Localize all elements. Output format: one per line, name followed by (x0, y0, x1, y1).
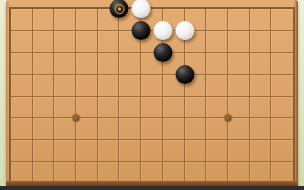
board-cell[interactable] (250, 53, 272, 75)
board-cell[interactable] (54, 118, 76, 140)
board-cell[interactable] (54, 9, 76, 31)
black-stone[interactable] (153, 43, 172, 62)
last-move-marker-icon (114, 4, 124, 14)
board-cell[interactable] (271, 31, 293, 53)
board-cell[interactable] (206, 53, 228, 75)
board-cell[interactable] (250, 97, 272, 119)
board-cell[interactable] (228, 75, 250, 97)
board-cell[interactable] (54, 140, 76, 162)
black-stone[interactable] (110, 0, 129, 18)
board-cell[interactable] (271, 53, 293, 75)
board-cell[interactable] (33, 31, 55, 53)
white-stone[interactable] (132, 0, 151, 18)
board-cell[interactable] (119, 118, 141, 140)
board-cell[interactable] (185, 140, 207, 162)
board-cell[interactable] (206, 118, 228, 140)
board-cell[interactable] (206, 140, 228, 162)
board-cell[interactable] (250, 140, 272, 162)
board-right-edge (294, 0, 298, 185)
board-cell[interactable] (271, 9, 293, 31)
board-cell[interactable] (206, 75, 228, 97)
white-stone[interactable] (175, 21, 194, 40)
board-cell[interactable] (54, 53, 76, 75)
board-cell[interactable] (76, 53, 98, 75)
board-cell[interactable] (141, 75, 163, 97)
board-cell[interactable] (76, 9, 98, 31)
board-cell[interactable] (98, 97, 120, 119)
board-cell[interactable] (206, 9, 228, 31)
board-cell[interactable] (228, 9, 250, 31)
board-cell[interactable] (76, 31, 98, 53)
board-cell[interactable] (141, 140, 163, 162)
board-cell[interactable] (76, 140, 98, 162)
board-cell[interactable] (185, 97, 207, 119)
board-cell[interactable] (141, 97, 163, 119)
board-cell[interactable] (228, 140, 250, 162)
board-cell[interactable] (185, 118, 207, 140)
board-cell[interactable] (250, 9, 272, 31)
board-cell[interactable] (250, 75, 272, 97)
board-cell[interactable] (33, 97, 55, 119)
go-board[interactable] (6, 0, 298, 187)
star-point (73, 115, 80, 122)
board-cell[interactable] (98, 140, 120, 162)
board-cell[interactable] (163, 140, 185, 162)
black-stone[interactable] (132, 21, 151, 40)
board-cell[interactable] (98, 118, 120, 140)
board-cell[interactable] (11, 9, 33, 31)
board-cell[interactable] (98, 31, 120, 53)
black-stone[interactable] (175, 65, 194, 84)
board-cell[interactable] (228, 97, 250, 119)
board-cell[interactable] (119, 97, 141, 119)
board-left-edge (6, 0, 9, 185)
board-cell[interactable] (141, 118, 163, 140)
board-cell[interactable] (33, 118, 55, 140)
star-point (224, 115, 231, 122)
board-grid[interactable] (11, 9, 293, 184)
bottom-bar (0, 186, 304, 190)
board-cell[interactable] (250, 31, 272, 53)
board-cell[interactable] (163, 118, 185, 140)
board-cell[interactable] (228, 31, 250, 53)
board-cell[interactable] (98, 53, 120, 75)
board-cell[interactable] (11, 97, 33, 119)
board-cell[interactable] (228, 53, 250, 75)
board-cell[interactable] (98, 75, 120, 97)
board-cell[interactable] (54, 75, 76, 97)
board-cell[interactable] (33, 53, 55, 75)
board-cell[interactable] (76, 75, 98, 97)
board-cell[interactable] (119, 75, 141, 97)
board-cell[interactable] (33, 75, 55, 97)
app-screen (0, 0, 304, 190)
board-cell[interactable] (119, 53, 141, 75)
board-cell[interactable] (33, 140, 55, 162)
board-cell[interactable] (33, 9, 55, 31)
board-cell[interactable] (11, 53, 33, 75)
white-stone[interactable] (153, 21, 172, 40)
board-cell[interactable] (271, 75, 293, 97)
board-cell[interactable] (11, 118, 33, 140)
board-cell[interactable] (250, 118, 272, 140)
board-cell[interactable] (11, 75, 33, 97)
board-cell[interactable] (271, 118, 293, 140)
board-cell[interactable] (11, 140, 33, 162)
board-cell[interactable] (76, 118, 98, 140)
board-cell[interactable] (271, 97, 293, 119)
board-cell[interactable] (54, 31, 76, 53)
board-cell[interactable] (11, 31, 33, 53)
board-cell[interactable] (271, 140, 293, 162)
board-cell[interactable] (163, 97, 185, 119)
board-cell[interactable] (206, 31, 228, 53)
board-cell[interactable] (76, 97, 98, 119)
board-cell[interactable] (228, 118, 250, 140)
board-cell[interactable] (119, 140, 141, 162)
